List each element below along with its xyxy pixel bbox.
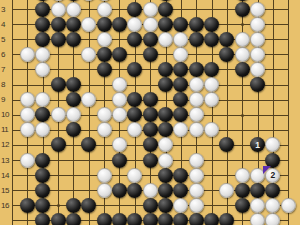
white-stone xyxy=(20,122,35,137)
white-stone xyxy=(143,2,158,17)
black-stone xyxy=(143,198,158,213)
white-stone xyxy=(235,168,250,183)
black-stone xyxy=(250,77,265,92)
white-stone xyxy=(66,2,81,17)
row-label-6: 6 xyxy=(1,50,12,59)
white-stone xyxy=(158,32,173,47)
black-stone xyxy=(66,92,81,107)
white-stone xyxy=(173,32,188,47)
white-stone xyxy=(158,137,173,152)
white-stone xyxy=(20,107,35,122)
black-stone xyxy=(35,198,50,213)
black-stone xyxy=(158,213,173,225)
white-stone xyxy=(66,107,81,122)
black-stone xyxy=(66,213,81,225)
white-stone xyxy=(189,107,204,122)
black-stone xyxy=(20,198,35,213)
white-stone xyxy=(81,92,96,107)
row-label-7: 7 xyxy=(1,65,12,74)
white-stone xyxy=(265,137,280,152)
black-stone xyxy=(51,137,66,152)
row-label-16: 16 xyxy=(1,201,12,210)
white-stone xyxy=(219,183,234,198)
row-label-14: 14 xyxy=(1,171,12,180)
black-stone xyxy=(158,62,173,77)
white-stone xyxy=(97,2,112,17)
black-stone xyxy=(127,183,142,198)
white-stone xyxy=(250,198,265,213)
black-stone xyxy=(127,62,142,77)
white-stone xyxy=(97,168,112,183)
row-label-11: 11 xyxy=(1,125,12,134)
black-stone xyxy=(189,32,204,47)
black-stone xyxy=(189,62,204,77)
white-stone xyxy=(35,92,50,107)
black-stone xyxy=(97,47,112,62)
white-stone xyxy=(143,183,158,198)
black-stone xyxy=(66,32,81,47)
black-stone xyxy=(173,92,188,107)
white-stone xyxy=(250,17,265,32)
black-stone xyxy=(158,17,173,32)
marked-stone-1: 1 xyxy=(250,137,265,152)
white-stone xyxy=(81,17,96,32)
black-stone xyxy=(158,107,173,122)
white-stone xyxy=(35,47,50,62)
black-stone xyxy=(143,213,158,225)
row-label-3: 3 xyxy=(1,5,12,14)
black-stone xyxy=(127,107,142,122)
black-stone xyxy=(97,62,112,77)
row-label-5: 5 xyxy=(1,35,12,44)
row-label-13: 13 xyxy=(1,156,12,165)
black-stone xyxy=(51,213,66,225)
white-stone xyxy=(35,62,50,77)
row-label-12: 12 xyxy=(1,140,12,149)
black-stone xyxy=(143,137,158,152)
black-stone xyxy=(81,198,96,213)
black-stone xyxy=(127,32,142,47)
white-stone xyxy=(51,2,66,17)
black-stone xyxy=(143,32,158,47)
black-stone xyxy=(35,17,50,32)
black-stone xyxy=(173,213,188,225)
black-stone xyxy=(51,77,66,92)
triangle-marker-icon xyxy=(263,166,271,174)
white-stone xyxy=(35,122,50,137)
white-stone xyxy=(250,213,265,225)
black-stone xyxy=(97,17,112,32)
star-point xyxy=(241,23,244,26)
black-stone xyxy=(158,168,173,183)
white-stone xyxy=(189,183,204,198)
black-stone xyxy=(235,198,250,213)
black-stone xyxy=(112,47,127,62)
black-stone xyxy=(235,183,250,198)
black-stone xyxy=(35,107,50,122)
black-stone xyxy=(97,213,112,225)
black-stone xyxy=(51,17,66,32)
white-stone xyxy=(250,2,265,17)
white-stone xyxy=(97,122,112,137)
white-stone xyxy=(97,183,112,198)
row-label-15: 15 xyxy=(1,186,12,195)
black-stone xyxy=(219,32,234,47)
star-point xyxy=(57,204,60,207)
white-stone xyxy=(189,168,204,183)
white-stone xyxy=(20,153,35,168)
white-stone xyxy=(97,32,112,47)
grid-line-vertical xyxy=(12,0,13,225)
black-stone xyxy=(219,213,234,225)
row-label-8: 8 xyxy=(1,80,12,89)
white-stone xyxy=(97,107,112,122)
white-stone xyxy=(250,47,265,62)
black-stone xyxy=(143,107,158,122)
black-stone xyxy=(173,17,188,32)
black-stone xyxy=(158,122,173,137)
black-stone xyxy=(66,17,81,32)
white-stone xyxy=(250,32,265,47)
white-stone xyxy=(235,47,250,62)
white-stone xyxy=(204,92,219,107)
white-stone xyxy=(189,92,204,107)
white-stone xyxy=(189,77,204,92)
black-stone xyxy=(35,32,50,47)
black-stone xyxy=(173,168,188,183)
white-stone xyxy=(51,107,66,122)
white-stone xyxy=(235,32,250,47)
white-stone xyxy=(250,62,265,77)
black-stone xyxy=(204,62,219,77)
black-stone xyxy=(66,77,81,92)
black-stone xyxy=(35,153,50,168)
white-stone xyxy=(143,17,158,32)
white-stone xyxy=(127,168,142,183)
black-stone xyxy=(127,213,142,225)
white-stone xyxy=(281,198,296,213)
black-stone xyxy=(173,183,188,198)
black-stone xyxy=(112,17,127,32)
go-board[interactable]: 345678910111213141516 12 xyxy=(0,0,300,225)
star-point xyxy=(241,114,244,117)
black-stone xyxy=(35,183,50,198)
white-stone xyxy=(112,137,127,152)
white-stone xyxy=(173,122,188,137)
black-stone xyxy=(35,2,50,17)
black-stone xyxy=(250,183,265,198)
black-stone xyxy=(173,77,188,92)
black-stone xyxy=(143,92,158,107)
black-stone xyxy=(66,198,81,213)
black-stone xyxy=(51,32,66,47)
black-stone xyxy=(127,92,142,107)
black-stone xyxy=(112,153,127,168)
black-stone xyxy=(66,122,81,137)
black-stone xyxy=(173,107,188,122)
black-stone xyxy=(158,77,173,92)
marked-stone-2: 2 xyxy=(265,168,280,183)
black-stone xyxy=(35,213,50,225)
black-stone xyxy=(173,62,188,77)
black-stone xyxy=(204,17,219,32)
black-stone xyxy=(35,168,50,183)
black-stone xyxy=(112,183,127,198)
row-label-9: 9 xyxy=(1,95,12,104)
black-stone xyxy=(158,198,173,213)
white-stone xyxy=(112,77,127,92)
white-stone xyxy=(20,47,35,62)
grid-line-vertical xyxy=(288,0,289,225)
white-stone xyxy=(127,17,142,32)
grid-line-vertical xyxy=(89,0,90,225)
white-stone xyxy=(204,122,219,137)
black-stone xyxy=(143,47,158,62)
black-stone xyxy=(81,137,96,152)
black-stone xyxy=(158,2,173,17)
white-stone xyxy=(20,92,35,107)
black-stone xyxy=(158,183,173,198)
black-stone xyxy=(143,122,158,137)
white-stone xyxy=(189,198,204,213)
move-number-label: 1 xyxy=(255,141,260,149)
black-stone xyxy=(189,17,204,32)
white-stone xyxy=(158,153,173,168)
black-stone xyxy=(204,32,219,47)
white-stone xyxy=(81,47,96,62)
white-stone xyxy=(173,47,188,62)
black-stone xyxy=(143,153,158,168)
black-stone xyxy=(219,137,234,152)
white-stone xyxy=(189,153,204,168)
black-stone xyxy=(265,183,280,198)
row-label-4: 4 xyxy=(1,20,12,29)
white-stone xyxy=(127,122,142,137)
black-stone xyxy=(204,213,219,225)
white-stone xyxy=(112,107,127,122)
black-stone xyxy=(235,62,250,77)
white-stone xyxy=(265,213,280,225)
white-stone xyxy=(112,92,127,107)
white-stone xyxy=(189,122,204,137)
white-stone xyxy=(265,198,280,213)
black-stone xyxy=(235,2,250,17)
black-stone xyxy=(127,2,142,17)
row-label-10: 10 xyxy=(1,110,12,119)
black-stone xyxy=(112,213,127,225)
white-stone xyxy=(173,198,188,213)
black-stone xyxy=(219,47,234,62)
white-stone xyxy=(204,77,219,92)
black-stone xyxy=(189,213,204,225)
